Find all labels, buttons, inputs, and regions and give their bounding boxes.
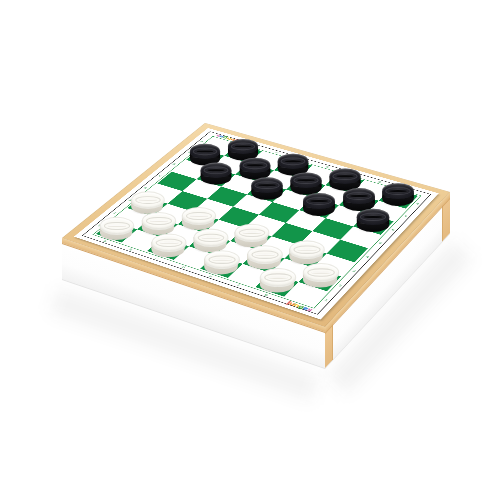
coordinate-label: b: [250, 144, 254, 146]
checkers-box-product-scene: aa88bb77cc66dd55ee44ff33gg22hh11 Junges …: [0, 0, 500, 500]
coordinate-label: 4: [365, 255, 370, 258]
coordinate-label: 5: [378, 242, 383, 245]
coordinate-label: h: [293, 303, 298, 306]
coordinate-label: 6: [172, 163, 177, 166]
coordinate-label: 3: [351, 270, 356, 273]
coordinate-label: d: [300, 158, 305, 161]
coordinate-label: 7: [403, 215, 408, 218]
coordinate-label: 2: [112, 211, 117, 214]
coordinate-label: 2: [337, 284, 342, 287]
brand-letter: s: [215, 134, 222, 138]
coordinate-label: a: [103, 239, 108, 242]
brand-letter: J: [286, 300, 292, 305]
coordinate-label: 4: [143, 187, 148, 190]
brand-letter: e: [302, 305, 310, 311]
brand-letter: J: [233, 139, 238, 142]
coordinate-label: g: [378, 180, 383, 183]
coordinate-label: 5: [157, 175, 162, 178]
coordinate-label: 1: [323, 299, 328, 302]
coordinate-label: f: [236, 284, 240, 287]
coordinate-label: 1: [96, 224, 101, 227]
brand-letter: g: [297, 304, 305, 310]
coordinate-label: a: [226, 137, 230, 139]
coordinate-label: 3: [128, 199, 133, 202]
coordinate-label: 7: [186, 151, 191, 153]
coordinate-label: 8: [415, 202, 420, 205]
coordinate-label: e: [325, 166, 329, 169]
coordinate-label: h: [404, 188, 409, 191]
coordinate-label: e: [208, 275, 213, 278]
coordinate-label: 8: [200, 140, 205, 142]
coordinate-label: g: [264, 293, 269, 296]
brand-letter: s: [306, 307, 314, 312]
brand-letter: n: [293, 302, 301, 308]
coordinate-label: b: [128, 248, 133, 251]
coordinate-label: d: [181, 266, 186, 269]
coordinate-label: c: [275, 151, 279, 153]
brand-letter: u: [288, 301, 296, 307]
coordinate-label: c: [155, 257, 160, 260]
coordinate-label: 6: [391, 228, 396, 231]
coordinate-label: f: [352, 173, 355, 175]
